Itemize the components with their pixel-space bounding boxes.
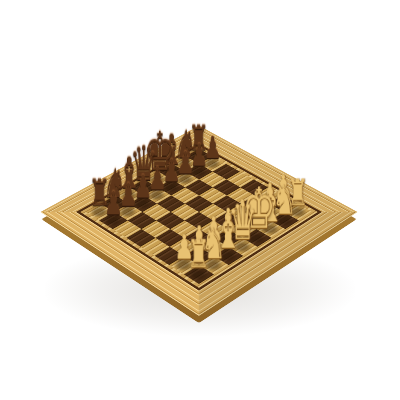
- chess-board: ♜♞♟♝♟♚♟♛♟♝♟♞♟♟♜♟♟♜♟♟♞♟♝♟♚♟♛♟♝♟♞♜: [41, 126, 358, 316]
- product-photo-stage: ♜♞♟♝♟♚♟♛♟♝♟♞♟♟♜♟♟♜♟♟♞♟♝♟♚♟♛♟♝♟♞♜: [0, 0, 400, 400]
- scene-3d: ♜♞♟♝♟♚♟♛♟♝♟♞♟♟♜♟♟♜♟♟♞♟♝♟♚♟♛♟♝♟♞♜: [0, 0, 400, 400]
- white-rook-glyph: ♜: [184, 236, 215, 273]
- black-pawn-glyph: ♟: [99, 189, 128, 219]
